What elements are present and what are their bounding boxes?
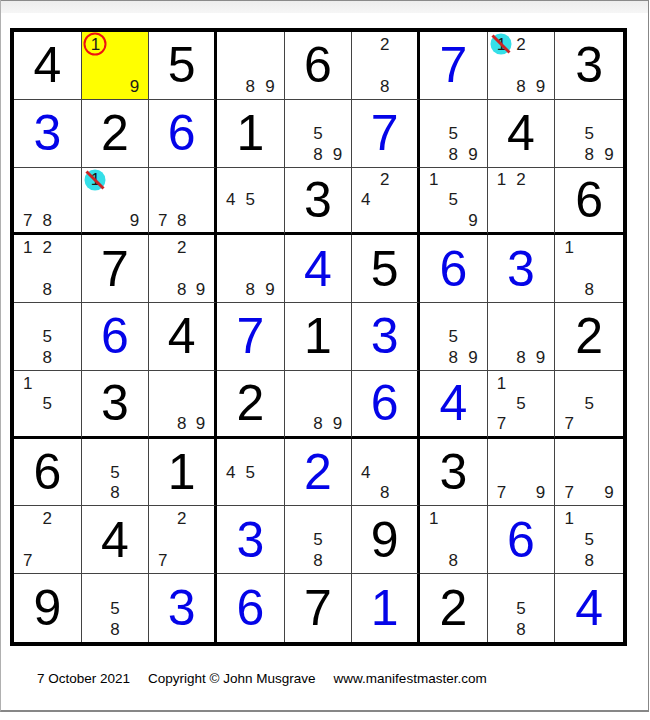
- candidate-7: 7: [559, 483, 579, 504]
- candidate-empty: [38, 413, 58, 433]
- candidate-empty: [424, 210, 444, 230]
- cell-r7c8[interactable]: 79: [488, 439, 556, 507]
- cell-r7c3[interactable]: 1: [149, 439, 217, 507]
- candidate-8: 8: [308, 413, 328, 433]
- cell-r9c4[interactable]: 6: [217, 574, 285, 642]
- pencil-marks: 18: [559, 237, 619, 300]
- given-digit: 3: [575, 40, 603, 90]
- candidate-8: 8: [308, 550, 328, 571]
- candidate-empty: [559, 102, 579, 123]
- candidate-empty: [241, 441, 261, 462]
- cell-r9c5[interactable]: 7: [285, 574, 353, 642]
- candidate-empty: [375, 190, 394, 210]
- cell-r6c7[interactable]: 4: [420, 371, 488, 439]
- candidate-empty: [105, 170, 125, 190]
- solved-digit: 6: [439, 244, 467, 294]
- cell-r6c5[interactable]: 89: [285, 371, 353, 439]
- candidate-empty: [531, 326, 551, 347]
- candidate-empty: [394, 34, 413, 55]
- candidate-8: 8: [444, 144, 464, 165]
- candidate-5: 5: [38, 393, 58, 413]
- cell-r8c8[interactable]: 6: [488, 506, 556, 574]
- candidate-empty: [531, 34, 551, 55]
- pencil-marks: 12: [492, 170, 551, 231]
- cell-r7c1[interactable]: 6: [14, 439, 82, 507]
- candidate-empty: [260, 170, 280, 190]
- candidate-5: 5: [579, 529, 599, 550]
- candidate-empty: [289, 550, 309, 571]
- candidate-empty: [463, 190, 483, 210]
- cell-r4c9[interactable]: 18: [555, 235, 623, 303]
- candidate-9: 9: [125, 76, 145, 97]
- candidate-empty: [492, 441, 512, 462]
- candidate-empty: [260, 258, 280, 279]
- cell-r6c1[interactable]: 15: [14, 371, 82, 439]
- cell-r9c1[interactable]: 9: [14, 574, 82, 642]
- cell-r7c4[interactable]: 45: [217, 439, 285, 507]
- candidate-empty: [492, 597, 512, 618]
- footer-website: www.manifestmaster.com: [334, 671, 487, 686]
- cell-r1c9[interactable]: 3: [555, 32, 623, 100]
- candidate-empty: [86, 576, 106, 597]
- cell-r3c1[interactable]: 78: [14, 168, 82, 236]
- candidate-empty: [492, 76, 512, 97]
- candidate-empty: [463, 123, 483, 144]
- candidate-empty: [221, 279, 241, 300]
- cell-r6c8[interactable]: 157: [488, 371, 556, 439]
- candidate-empty: [289, 393, 309, 413]
- cell-r4c3[interactable]: 289: [149, 235, 217, 303]
- given-digit: 2: [236, 378, 264, 428]
- pencil-marks: 58: [289, 508, 348, 571]
- candidate-empty: [511, 483, 531, 504]
- top-scrollbar[interactable]: [0, 0, 648, 13]
- cell-r3c5[interactable]: 3: [285, 168, 353, 236]
- candidate-empty: [444, 508, 464, 529]
- cell-r5c9[interactable]: 2: [555, 303, 623, 371]
- cell-r1c8[interactable]: 1289: [488, 32, 556, 100]
- cell-r6c9[interactable]: 57: [555, 371, 623, 439]
- cell-r3c6[interactable]: 24: [352, 168, 420, 236]
- candidate-empty: [86, 619, 106, 640]
- cell-r2c7[interactable]: 589: [420, 100, 488, 168]
- candidate-empty: [172, 393, 191, 413]
- candidate-5: 5: [105, 462, 125, 483]
- given-digit: 9: [371, 515, 399, 565]
- candidate-empty: [308, 102, 328, 123]
- candidate-empty: [444, 102, 464, 123]
- cell-r4c6[interactable]: 5: [352, 235, 420, 303]
- candidate-empty: [424, 102, 444, 123]
- candidate-empty: [57, 305, 77, 326]
- cell-r5c6[interactable]: 3: [352, 303, 420, 371]
- cell-r7c2[interactable]: 58: [82, 439, 150, 507]
- candidate-empty: [356, 76, 375, 97]
- candidate-9: 9: [599, 483, 619, 504]
- candidate-empty: [289, 529, 309, 550]
- candidate-5: 5: [308, 123, 328, 144]
- candidate-empty: [599, 258, 619, 279]
- candidate-1: 1: [18, 373, 38, 393]
- candidate-empty: [191, 258, 210, 279]
- pencil-marks: 158: [559, 508, 619, 571]
- cell-r1c2[interactable]: 19: [82, 32, 150, 100]
- candidate-empty: [328, 529, 348, 550]
- cell-r6c4[interactable]: 2: [217, 371, 285, 439]
- candidate-5: 5: [38, 326, 58, 347]
- cell-r7c7[interactable]: 3: [420, 439, 488, 507]
- candidate-empty: [221, 76, 241, 97]
- candidate-4: 4: [356, 190, 375, 210]
- candidate-empty: [424, 550, 444, 571]
- candidate-empty: [559, 373, 579, 393]
- cell-r1c5[interactable]: 6: [285, 32, 353, 100]
- cell-r6c2[interactable]: 3: [82, 371, 150, 439]
- given-digit: 3: [101, 378, 129, 428]
- cell-r9c7[interactable]: 2: [420, 574, 488, 642]
- cell-r4c1[interactable]: 128: [14, 235, 82, 303]
- candidate-empty: [153, 373, 172, 393]
- cell-r1c4[interactable]: 89: [217, 32, 285, 100]
- cell-r6c3[interactable]: 89: [149, 371, 217, 439]
- candidate-empty: [375, 441, 394, 462]
- cell-r2c5[interactable]: 589: [285, 100, 353, 168]
- candidate-empty: [260, 210, 280, 230]
- candidate-empty: [125, 597, 145, 618]
- cell-r5c2[interactable]: 6: [82, 303, 150, 371]
- candidate-7: 7: [153, 210, 172, 230]
- candidate-8: 8: [38, 279, 58, 300]
- candidate-empty: [38, 190, 58, 210]
- candidate-empty: [221, 483, 241, 504]
- candidate-empty: [57, 258, 77, 279]
- candidate-empty: [18, 529, 38, 550]
- solved-digit: 4: [304, 244, 332, 294]
- cell-r8c9[interactable]: 158: [555, 506, 623, 574]
- candidate-empty: [424, 305, 444, 326]
- candidate-empty: [191, 170, 210, 190]
- candidate-empty: [356, 441, 375, 462]
- cell-r2c9[interactable]: 589: [555, 100, 623, 168]
- candidate-8: 8: [105, 619, 125, 640]
- candidate-empty: [289, 102, 309, 123]
- candidate-empty: [289, 508, 309, 529]
- cell-r2c3[interactable]: 6: [149, 100, 217, 168]
- candidate-empty: [559, 550, 579, 571]
- candidate-9: 9: [260, 279, 280, 300]
- candidate-empty: [57, 347, 77, 368]
- candidate-empty: [463, 170, 483, 190]
- cell-r8c2[interactable]: 4: [82, 506, 150, 574]
- given-digit: 9: [33, 583, 61, 633]
- candidate-empty: [579, 237, 599, 258]
- candidate-empty: [559, 441, 579, 462]
- cell-r4c4[interactable]: 89: [217, 235, 285, 303]
- candidate-empty: [579, 102, 599, 123]
- candidate-1: 1: [559, 237, 579, 258]
- cell-r5c3[interactable]: 4: [149, 303, 217, 371]
- candidate-empty: [191, 550, 210, 571]
- candidate-empty: [599, 462, 619, 483]
- cell-r7c9[interactable]: 79: [555, 439, 623, 507]
- pencil-marks: 289: [153, 237, 210, 300]
- footer: 7 October 2021 Copyright © John Musgrave…: [37, 671, 487, 686]
- candidate-empty: [531, 619, 551, 640]
- candidate-7: 7: [492, 413, 512, 433]
- cell-r3c4[interactable]: 45: [217, 168, 285, 236]
- candidate-empty: [599, 279, 619, 300]
- candidate-8: 8: [308, 144, 328, 165]
- cell-r2c2[interactable]: 2: [82, 100, 150, 168]
- candidate-4: 4: [221, 190, 241, 210]
- pencil-marks: 1289: [492, 34, 551, 97]
- candidate-empty: [511, 413, 531, 433]
- candidate-empty: [191, 210, 210, 230]
- cell-r9c2[interactable]: 58: [82, 574, 150, 642]
- candidate-empty: [105, 34, 125, 55]
- candidate-empty: [511, 190, 531, 210]
- cell-r4c5[interactable]: 4: [285, 235, 353, 303]
- candidate-empty: [221, 55, 241, 76]
- cell-r3c9[interactable]: 6: [555, 168, 623, 236]
- candidate-empty: [492, 619, 512, 640]
- candidate-5: 5: [241, 190, 261, 210]
- cell-r4c2[interactable]: 7: [82, 235, 150, 303]
- pencil-marks: 18: [424, 508, 483, 571]
- candidate-1: 1: [424, 170, 444, 190]
- cell-r3c7[interactable]: 159: [420, 168, 488, 236]
- pencil-marks: 48: [356, 441, 413, 504]
- pencil-marks: 58: [18, 305, 77, 368]
- given-digit: 5: [371, 244, 399, 294]
- cell-r8c4[interactable]: 3: [217, 506, 285, 574]
- cell-r3c8[interactable]: 12: [488, 168, 556, 236]
- candidate-8: 8: [375, 483, 394, 504]
- candidate-8: 8: [444, 347, 464, 368]
- candidate-empty: [18, 393, 38, 413]
- candidate-empty: [86, 55, 106, 76]
- candidate-empty: [191, 237, 210, 258]
- candidate-empty: [57, 373, 77, 393]
- cell-r2c4[interactable]: 1: [217, 100, 285, 168]
- candidate-8: 8: [172, 279, 191, 300]
- candidate-empty: [328, 550, 348, 571]
- pencil-marks: 57: [559, 373, 619, 434]
- cell-r5c1[interactable]: 58: [14, 303, 82, 371]
- cell-r8c6[interactable]: 9: [352, 506, 420, 574]
- pencil-marks: 589: [424, 102, 483, 165]
- candidate-8: 8: [579, 550, 599, 571]
- cell-r8c3[interactable]: 27: [149, 506, 217, 574]
- candidate-empty: [531, 413, 551, 433]
- candidate-empty: [463, 550, 483, 571]
- candidate-empty: [599, 550, 619, 571]
- candidate-9: 9: [125, 210, 145, 230]
- candidate-empty: [86, 462, 106, 483]
- candidate-5: 5: [308, 529, 328, 550]
- candidate-empty: [559, 123, 579, 144]
- candidate-empty: [356, 170, 375, 190]
- cell-r2c1[interactable]: 3: [14, 100, 82, 168]
- candidate-empty: [221, 441, 241, 462]
- given-digit: 4: [33, 40, 61, 90]
- cell-r5c5[interactable]: 1: [285, 303, 353, 371]
- candidate-empty: [492, 576, 512, 597]
- solved-digit: 6: [168, 108, 196, 158]
- candidate-empty: [57, 326, 77, 347]
- cell-r1c7[interactable]: 7: [420, 32, 488, 100]
- candidate-empty: [444, 170, 464, 190]
- cell-r4c7[interactable]: 6: [420, 235, 488, 303]
- candidate-5: 5: [105, 597, 125, 618]
- candidate-empty: [18, 508, 38, 529]
- cell-r7c5[interactable]: 2: [285, 439, 353, 507]
- cell-r3c2[interactable]: 19: [82, 168, 150, 236]
- cell-r9c9[interactable]: 4: [555, 574, 623, 642]
- candidate-9: 9: [463, 210, 483, 230]
- candidate-empty: [18, 347, 38, 368]
- candidate-9: 9: [599, 144, 619, 165]
- candidate-empty: [153, 279, 172, 300]
- candidate-empty: [394, 441, 413, 462]
- cell-r7c6[interactable]: 48: [352, 439, 420, 507]
- given-digit: 3: [439, 447, 467, 497]
- candidate-8: 8: [511, 76, 531, 97]
- candidate-empty: [221, 34, 241, 55]
- candidate-empty: [38, 373, 58, 393]
- candidate-empty: [463, 102, 483, 123]
- pencil-marks: 589: [424, 305, 483, 368]
- candidate-empty: [241, 210, 261, 230]
- candidate-5: 5: [579, 123, 599, 144]
- candidate-empty: [153, 529, 172, 550]
- cell-r8c7[interactable]: 18: [420, 506, 488, 574]
- candidate-empty: [599, 508, 619, 529]
- candidate-empty: [463, 305, 483, 326]
- candidate-9: 9: [191, 279, 210, 300]
- candidate-9: 9: [328, 144, 348, 165]
- cell-r2c6[interactable]: 7: [352, 100, 420, 168]
- candidate-empty: [172, 190, 191, 210]
- candidate-empty: [511, 462, 531, 483]
- cell-r9c3[interactable]: 3: [149, 574, 217, 642]
- candidate-empty: [241, 483, 261, 504]
- solved-digit: 4: [439, 378, 467, 428]
- candidate-empty: [531, 441, 551, 462]
- candidate-1-elimination-icon: 1: [86, 170, 106, 190]
- given-digit: 4: [168, 311, 196, 361]
- candidate-8: 8: [444, 550, 464, 571]
- candidate-empty: [57, 170, 77, 190]
- solved-digit: 4: [575, 583, 603, 633]
- candidate-empty: [18, 190, 38, 210]
- solved-digit: 3: [168, 583, 196, 633]
- candidate-empty: [125, 483, 145, 504]
- pencil-marks: 27: [18, 508, 77, 571]
- candidate-empty: [531, 373, 551, 393]
- candidate-8: 8: [511, 347, 531, 368]
- cell-r4c8[interactable]: 3: [488, 235, 556, 303]
- candidate-empty: [18, 258, 38, 279]
- candidate-9: 9: [531, 347, 551, 368]
- pencil-marks: 27: [153, 508, 210, 571]
- cell-r2c8[interactable]: 4: [488, 100, 556, 168]
- candidate-9: 9: [191, 413, 210, 433]
- candidate-empty: [424, 190, 444, 210]
- candidate-empty: [105, 190, 125, 210]
- candidate-empty: [260, 483, 280, 504]
- solved-digit: 1: [371, 583, 399, 633]
- cell-r8c5[interactable]: 58: [285, 506, 353, 574]
- cell-r1c1[interactable]: 4: [14, 32, 82, 100]
- given-digit: 1: [168, 447, 196, 497]
- candidate-empty: [260, 441, 280, 462]
- candidate-empty: [18, 326, 38, 347]
- candidate-empty: [153, 508, 172, 529]
- cell-r5c7[interactable]: 589: [420, 303, 488, 371]
- cell-r5c8[interactable]: 89: [488, 303, 556, 371]
- candidate-empty: [328, 508, 348, 529]
- candidate-empty: [57, 508, 77, 529]
- pencil-marks: 128: [18, 237, 77, 300]
- pencil-marks: 58: [86, 441, 145, 504]
- cell-r3c3[interactable]: 78: [149, 168, 217, 236]
- candidate-1: 1: [559, 508, 579, 529]
- candidate-8: 8: [579, 144, 599, 165]
- candidate-empty: [424, 326, 444, 347]
- candidate-empty: [289, 123, 309, 144]
- cell-r1c3[interactable]: 5: [149, 32, 217, 100]
- cell-r9c6[interactable]: 1: [352, 574, 420, 642]
- candidate-empty: [153, 393, 172, 413]
- candidate-empty: [579, 413, 599, 433]
- cell-r6c6[interactable]: 6: [352, 371, 420, 439]
- candidate-empty: [328, 102, 348, 123]
- candidate-7: 7: [18, 550, 38, 571]
- candidate-empty: [260, 34, 280, 55]
- pencil-marks: 589: [289, 102, 348, 165]
- candidate-empty: [191, 508, 210, 529]
- candidate-empty: [57, 413, 77, 433]
- cell-r9c8[interactable]: 58: [488, 574, 556, 642]
- solved-digit: 3: [371, 311, 399, 361]
- candidate-8: 8: [172, 413, 191, 433]
- candidate-empty: [172, 373, 191, 393]
- candidate-2: 2: [172, 508, 191, 529]
- given-digit: 1: [236, 108, 264, 158]
- candidate-empty: [444, 529, 464, 550]
- cell-r1c6[interactable]: 28: [352, 32, 420, 100]
- candidate-5: 5: [444, 190, 464, 210]
- candidate-empty: [394, 76, 413, 97]
- candidate-empty: [105, 441, 125, 462]
- candidate-empty: [191, 190, 210, 210]
- given-digit: 7: [304, 583, 332, 633]
- solved-digit: 6: [236, 583, 264, 633]
- candidate-9: 9: [531, 483, 551, 504]
- candidate-empty: [511, 576, 531, 597]
- candidate-empty: [38, 258, 58, 279]
- pencil-marks: 159: [424, 170, 483, 231]
- candidate-empty: [221, 258, 241, 279]
- cell-r8c1[interactable]: 27: [14, 506, 82, 574]
- candidate-empty: [463, 529, 483, 550]
- pencil-marks: 58: [86, 576, 145, 640]
- candidate-empty: [492, 305, 512, 326]
- cell-r5c4[interactable]: 7: [217, 303, 285, 371]
- candidate-empty: [394, 462, 413, 483]
- candidate-empty: [599, 413, 619, 433]
